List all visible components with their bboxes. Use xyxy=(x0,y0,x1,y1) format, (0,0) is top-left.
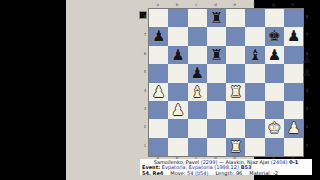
video-frame: abcdefgh abcdefgh 87654321 87654321 ♜♟♚♟… xyxy=(0,0,320,180)
square-a5 xyxy=(149,64,168,82)
black-rook-d8: ♜ xyxy=(207,9,226,27)
square-a3 xyxy=(149,101,168,119)
black-pawn-a7: ♟ xyxy=(149,27,168,45)
square-e7 xyxy=(226,27,245,45)
diagram-panel: abcdefgh abcdefgh 87654321 87654321 ♜♟♚♟… xyxy=(66,0,254,180)
white-bishop-c4: ♝ xyxy=(188,83,207,101)
square-g1 xyxy=(265,138,284,156)
square-d6: ♜ xyxy=(207,46,226,64)
length-value: 96 xyxy=(236,171,242,176)
square-b1 xyxy=(168,138,187,156)
move-counter: Move: 54 (b54) xyxy=(170,171,208,176)
square-f3 xyxy=(245,101,264,119)
chess-board: ♜♟♚♟♟♜♝♟♟♟♝♜♟♚♟♜ xyxy=(148,8,304,157)
square-f4 xyxy=(245,83,264,101)
white-player-elo: (2299) xyxy=(201,160,218,165)
square-h8 xyxy=(284,9,303,27)
square-g2: ♚ xyxy=(265,119,284,137)
white-rook-e1: ♜ xyxy=(226,138,245,156)
square-c3 xyxy=(188,101,207,119)
square-c4: ♝ xyxy=(188,83,207,101)
rank-label-2: 2 xyxy=(143,118,147,136)
black-king-g7: ♚ xyxy=(265,27,284,45)
square-g6: ♟ xyxy=(265,46,284,64)
square-c2 xyxy=(188,119,207,137)
rank-labels-left: 87654321 xyxy=(143,8,147,156)
rank-label-3: 3 xyxy=(305,100,309,118)
square-c7 xyxy=(188,27,207,45)
file-label-f: f xyxy=(244,3,263,7)
square-d2 xyxy=(207,119,226,137)
game-caption: Samoilenko, Pavel (2299) — Alavkin, Njaz… xyxy=(140,159,312,175)
event-name: Evpatoria, Evpatoria (1998.12) xyxy=(162,165,239,170)
captured-pawn-icon: ♟ xyxy=(302,66,312,79)
event-label: Event: xyxy=(142,165,162,170)
rank-label-3: 3 xyxy=(143,100,147,118)
captured-pawn-icon: ♟ xyxy=(302,53,312,66)
square-h7: ♟ xyxy=(284,27,303,45)
file-labels-top: abcdefgh xyxy=(148,3,304,7)
square-f7 xyxy=(245,27,264,45)
square-a4: ♟ xyxy=(149,83,168,101)
rank-label-7: 7 xyxy=(143,26,147,44)
black-player-elo: (2404) xyxy=(271,160,288,165)
black-pawn-g6: ♟ xyxy=(265,46,284,64)
rank-label-7: 7 xyxy=(305,26,309,44)
square-g3 xyxy=(265,101,284,119)
material-balance: Material: -2 xyxy=(249,171,278,176)
white-king-g2: ♚ xyxy=(265,119,284,137)
square-g8 xyxy=(265,9,284,27)
square-g5 xyxy=(265,64,284,82)
square-e4: ♜ xyxy=(226,83,245,101)
file-label-h: h xyxy=(283,3,302,7)
length-label: Length: xyxy=(215,171,236,176)
square-f5 xyxy=(245,64,264,82)
square-b7 xyxy=(168,27,187,45)
square-a1 xyxy=(149,138,168,156)
square-h1 xyxy=(284,138,303,156)
rank-labels-right: 87654321 xyxy=(305,8,309,156)
square-e6 xyxy=(226,46,245,64)
square-b5 xyxy=(168,64,187,82)
square-d8: ♜ xyxy=(207,9,226,27)
square-a2 xyxy=(149,119,168,137)
square-a8 xyxy=(149,9,168,27)
black-rook-d6: ♜ xyxy=(207,46,226,64)
rank-label-1: 1 xyxy=(143,137,147,155)
square-e5 xyxy=(226,64,245,82)
file-label-b: b xyxy=(167,3,186,7)
event-line: Event: Evpatoria, Evpatoria (1998.12) B5… xyxy=(140,165,312,170)
square-c8 xyxy=(188,9,207,27)
status-line: 54. Re4 Move: 54 (b54) Length: 96 Materi… xyxy=(140,171,312,176)
square-c1 xyxy=(188,138,207,156)
file-label-d: d xyxy=(206,3,225,7)
rank-label-5: 5 xyxy=(143,63,147,81)
square-e3 xyxy=(226,101,245,119)
black-pawn-b6: ♟ xyxy=(168,46,187,64)
square-e8 xyxy=(226,9,245,27)
file-label-a: a xyxy=(148,3,167,7)
square-f6: ♝ xyxy=(245,46,264,64)
players-line: Samoilenko, Pavel (2299) — Alavkin, Njaz… xyxy=(140,160,312,165)
file-label-e: e xyxy=(225,3,244,7)
material-value: -2 xyxy=(273,171,278,176)
black-player-name: Alavkin, Njaz Ajat xyxy=(226,160,271,165)
square-e2 xyxy=(226,119,245,137)
white-pawn-b3: ♟ xyxy=(168,101,187,119)
square-a7: ♟ xyxy=(149,27,168,45)
square-h2: ♟ xyxy=(284,119,303,137)
game-length: Length: 96 xyxy=(215,171,242,176)
eco-code: B53 xyxy=(239,165,252,170)
move-value: 54 (b54) xyxy=(187,171,208,176)
black-bishop-f6: ♝ xyxy=(245,46,264,64)
square-b3: ♟ xyxy=(168,101,187,119)
square-f8 xyxy=(245,9,264,27)
square-f1 xyxy=(245,138,264,156)
square-d7 xyxy=(207,27,226,45)
white-pawn-h2: ♟ xyxy=(284,119,303,137)
square-g4 xyxy=(265,83,284,101)
rank-label-1: 1 xyxy=(305,137,309,155)
black-pawn-c5: ♟ xyxy=(188,64,207,82)
square-d3 xyxy=(207,101,226,119)
square-e1: ♜ xyxy=(226,138,245,156)
square-g7: ♚ xyxy=(265,27,284,45)
file-label-c: c xyxy=(187,3,206,7)
square-c6 xyxy=(188,46,207,64)
players-separator: — xyxy=(217,160,225,165)
rank-label-4: 4 xyxy=(143,82,147,100)
material-label: Material: xyxy=(249,171,273,176)
square-d4 xyxy=(207,83,226,101)
square-b2 xyxy=(168,119,187,137)
white-rook-e4: ♜ xyxy=(226,83,245,101)
white-player-name: Samoilenko, Pavel xyxy=(154,160,201,165)
white-pawn-a4: ♟ xyxy=(149,83,168,101)
last-move: 54. Re4 xyxy=(142,171,163,176)
square-d1 xyxy=(207,138,226,156)
rank-label-2: 2 xyxy=(305,118,309,136)
square-b8 xyxy=(168,9,187,27)
square-b6: ♟ xyxy=(168,46,187,64)
square-h3 xyxy=(284,101,303,119)
square-d5 xyxy=(207,64,226,82)
square-a6 xyxy=(149,46,168,64)
rank-label-6: 6 xyxy=(143,45,147,63)
black-pawn-h7: ♟ xyxy=(284,27,303,45)
square-f2 xyxy=(245,119,264,137)
rank-label-8: 8 xyxy=(143,8,147,26)
game-result: 0-1 xyxy=(288,160,299,165)
move-label: Move: xyxy=(170,171,187,176)
captured-pawns-tray: ♟♟ xyxy=(301,53,313,79)
square-b4 xyxy=(168,83,187,101)
rank-label-4: 4 xyxy=(305,82,309,100)
file-label-g: g xyxy=(264,3,283,7)
rank-label-8: 8 xyxy=(305,8,309,26)
square-c5: ♟ xyxy=(188,64,207,82)
square-h4 xyxy=(284,83,303,101)
